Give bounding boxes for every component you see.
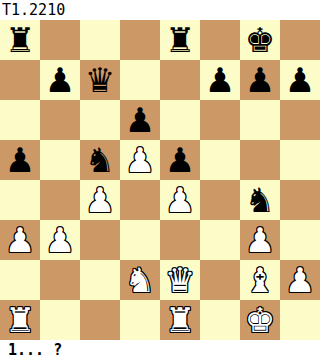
square-b6[interactable] bbox=[40, 100, 80, 140]
square-f1[interactable] bbox=[200, 300, 240, 340]
square-f6[interactable] bbox=[200, 100, 240, 140]
piece-white-pawn[interactable]: ♟ bbox=[45, 220, 75, 260]
piece-black-pawn[interactable]: ♟ bbox=[5, 140, 35, 180]
piece-black-rook[interactable]: ♜ bbox=[5, 20, 35, 60]
square-a5[interactable]: ♟ bbox=[0, 140, 40, 180]
square-e2[interactable]: ♛ bbox=[160, 260, 200, 300]
piece-white-pawn[interactable]: ♟ bbox=[5, 220, 35, 260]
square-b7[interactable]: ♟ bbox=[40, 60, 80, 100]
square-f3[interactable] bbox=[200, 220, 240, 260]
square-d2[interactable]: ♞ bbox=[120, 260, 160, 300]
piece-white-pawn[interactable]: ♟ bbox=[85, 180, 115, 220]
chess-board: ♜♜♚♟♛♟♟♟♟♟♞♟♟♟♟♞♟♟♟♞♛♝♟♜♜♚ bbox=[0, 20, 320, 340]
piece-black-pawn[interactable]: ♟ bbox=[165, 140, 195, 180]
square-c4[interactable]: ♟ bbox=[80, 180, 120, 220]
move-prompt: 1... ? bbox=[0, 340, 320, 360]
square-h8[interactable] bbox=[280, 20, 320, 60]
square-h3[interactable] bbox=[280, 220, 320, 260]
square-c7[interactable]: ♛ bbox=[80, 60, 120, 100]
square-c8[interactable] bbox=[80, 20, 120, 60]
square-b2[interactable] bbox=[40, 260, 80, 300]
square-c1[interactable] bbox=[80, 300, 120, 340]
square-e7[interactable] bbox=[160, 60, 200, 100]
piece-black-pawn[interactable]: ♟ bbox=[45, 60, 75, 100]
square-a7[interactable] bbox=[0, 60, 40, 100]
square-e1[interactable]: ♜ bbox=[160, 300, 200, 340]
piece-black-king[interactable]: ♚ bbox=[245, 20, 275, 60]
square-d3[interactable] bbox=[120, 220, 160, 260]
square-f5[interactable] bbox=[200, 140, 240, 180]
piece-white-bishop[interactable]: ♝ bbox=[245, 260, 275, 300]
square-d7[interactable] bbox=[120, 60, 160, 100]
square-c5[interactable]: ♞ bbox=[80, 140, 120, 180]
square-b3[interactable]: ♟ bbox=[40, 220, 80, 260]
piece-white-pawn[interactable]: ♟ bbox=[165, 180, 195, 220]
square-b4[interactable] bbox=[40, 180, 80, 220]
piece-black-rook[interactable]: ♜ bbox=[165, 20, 195, 60]
square-d8[interactable] bbox=[120, 20, 160, 60]
square-g8[interactable]: ♚ bbox=[240, 20, 280, 60]
square-g3[interactable]: ♟ bbox=[240, 220, 280, 260]
square-e6[interactable] bbox=[160, 100, 200, 140]
square-h2[interactable]: ♟ bbox=[280, 260, 320, 300]
piece-white-rook[interactable]: ♜ bbox=[5, 300, 35, 340]
piece-white-king[interactable]: ♚ bbox=[245, 300, 275, 340]
square-b8[interactable] bbox=[40, 20, 80, 60]
square-d1[interactable] bbox=[120, 300, 160, 340]
square-h7[interactable]: ♟ bbox=[280, 60, 320, 100]
piece-white-knight[interactable]: ♞ bbox=[125, 260, 155, 300]
square-e5[interactable]: ♟ bbox=[160, 140, 200, 180]
square-f4[interactable] bbox=[200, 180, 240, 220]
piece-black-pawn[interactable]: ♟ bbox=[245, 60, 275, 100]
square-a6[interactable] bbox=[0, 100, 40, 140]
square-h4[interactable] bbox=[280, 180, 320, 220]
piece-black-knight[interactable]: ♞ bbox=[85, 140, 115, 180]
square-a4[interactable] bbox=[0, 180, 40, 220]
piece-white-queen[interactable]: ♛ bbox=[165, 260, 195, 300]
square-f8[interactable] bbox=[200, 20, 240, 60]
piece-black-knight[interactable]: ♞ bbox=[245, 180, 275, 220]
square-b5[interactable] bbox=[40, 140, 80, 180]
square-g5[interactable] bbox=[240, 140, 280, 180]
square-g4[interactable]: ♞ bbox=[240, 180, 280, 220]
square-c2[interactable] bbox=[80, 260, 120, 300]
square-g7[interactable]: ♟ bbox=[240, 60, 280, 100]
piece-white-rook[interactable]: ♜ bbox=[165, 300, 195, 340]
square-g1[interactable]: ♚ bbox=[240, 300, 280, 340]
square-b1[interactable] bbox=[40, 300, 80, 340]
square-d5[interactable]: ♟ bbox=[120, 140, 160, 180]
square-e8[interactable]: ♜ bbox=[160, 20, 200, 60]
square-e4[interactable]: ♟ bbox=[160, 180, 200, 220]
piece-black-pawn[interactable]: ♟ bbox=[125, 100, 155, 140]
square-a1[interactable]: ♜ bbox=[0, 300, 40, 340]
piece-white-pawn[interactable]: ♟ bbox=[125, 140, 155, 180]
square-e3[interactable] bbox=[160, 220, 200, 260]
puzzle-title: T1.2210 bbox=[0, 0, 320, 20]
square-d6[interactable]: ♟ bbox=[120, 100, 160, 140]
piece-black-pawn[interactable]: ♟ bbox=[205, 60, 235, 100]
chess-puzzle-page: T1.2210 ♜♜♚♟♛♟♟♟♟♟♞♟♟♟♟♞♟♟♟♞♛♝♟♜♜♚ 1... … bbox=[0, 0, 320, 360]
square-f2[interactable] bbox=[200, 260, 240, 300]
piece-black-pawn[interactable]: ♟ bbox=[285, 60, 315, 100]
square-c3[interactable] bbox=[80, 220, 120, 260]
piece-white-pawn[interactable]: ♟ bbox=[285, 260, 315, 300]
square-h5[interactable] bbox=[280, 140, 320, 180]
piece-black-queen[interactable]: ♛ bbox=[85, 60, 115, 100]
square-a8[interactable]: ♜ bbox=[0, 20, 40, 60]
square-d4[interactable] bbox=[120, 180, 160, 220]
square-a2[interactable] bbox=[0, 260, 40, 300]
piece-white-pawn[interactable]: ♟ bbox=[245, 220, 275, 260]
square-h6[interactable] bbox=[280, 100, 320, 140]
square-h1[interactable] bbox=[280, 300, 320, 340]
square-a3[interactable]: ♟ bbox=[0, 220, 40, 260]
square-f7[interactable]: ♟ bbox=[200, 60, 240, 100]
square-g2[interactable]: ♝ bbox=[240, 260, 280, 300]
square-g6[interactable] bbox=[240, 100, 280, 140]
square-c6[interactable] bbox=[80, 100, 120, 140]
